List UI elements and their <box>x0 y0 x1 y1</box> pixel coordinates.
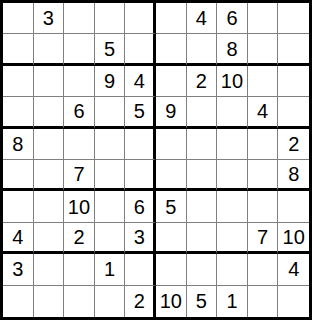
cell-r1c2[interactable]: 3 <box>34 3 65 34</box>
cell-r2c9[interactable] <box>248 34 279 65</box>
cell-r4c8[interactable] <box>217 97 248 128</box>
cell-r7c8[interactable] <box>217 191 248 222</box>
cell-r6c10[interactable]: 8 <box>278 160 309 191</box>
cell-r1c7[interactable]: 4 <box>187 3 218 34</box>
cell-r5c10[interactable]: 2 <box>278 129 309 160</box>
cell-r3c4[interactable]: 9 <box>95 66 126 97</box>
cell-r8c6[interactable] <box>156 223 187 254</box>
cell-r4c1[interactable] <box>3 97 34 128</box>
cell-r3c8[interactable]: 10 <box>217 66 248 97</box>
cell-r10c8[interactable]: 1 <box>217 286 248 317</box>
cell-r10c7[interactable]: 5 <box>187 286 218 317</box>
cell-r7c1[interactable] <box>3 191 34 222</box>
cell-r3c3[interactable] <box>64 66 95 97</box>
cell-r1c9[interactable] <box>248 3 279 34</box>
cell-r5c3[interactable] <box>64 129 95 160</box>
cell-r3c9[interactable] <box>248 66 279 97</box>
cell-r1c10[interactable] <box>278 3 309 34</box>
cell-r2c2[interactable] <box>34 34 65 65</box>
cell-r2c6[interactable] <box>156 34 187 65</box>
cell-r6c3[interactable]: 7 <box>64 160 95 191</box>
cell-r6c9[interactable] <box>248 160 279 191</box>
cell-r4c7[interactable] <box>187 97 218 128</box>
cell-r1c3[interactable] <box>64 3 95 34</box>
cell-r10c6[interactable]: 10 <box>156 286 187 317</box>
cell-r9c6[interactable] <box>156 254 187 285</box>
cell-r3c1[interactable] <box>3 66 34 97</box>
cell-r5c4[interactable] <box>95 129 126 160</box>
cell-r1c1[interactable] <box>3 3 34 34</box>
cell-r9c3[interactable] <box>64 254 95 285</box>
cell-r5c2[interactable] <box>34 129 65 160</box>
cell-r7c4[interactable] <box>95 191 126 222</box>
cell-r4c2[interactable] <box>34 97 65 128</box>
cell-r4c6[interactable]: 9 <box>156 97 187 128</box>
cell-r1c8[interactable]: 6 <box>217 3 248 34</box>
cell-r6c5[interactable] <box>125 160 156 191</box>
cell-r7c2[interactable] <box>34 191 65 222</box>
cell-r4c5[interactable]: 5 <box>125 97 156 128</box>
cell-r8c8[interactable] <box>217 223 248 254</box>
cell-r9c9[interactable] <box>248 254 279 285</box>
cell-r8c5[interactable]: 3 <box>125 223 156 254</box>
cell-r7c5[interactable]: 6 <box>125 191 156 222</box>
cell-r5c9[interactable] <box>248 129 279 160</box>
cell-r4c4[interactable] <box>95 97 126 128</box>
cell-r9c2[interactable] <box>34 254 65 285</box>
cell-r7c6[interactable]: 5 <box>156 191 187 222</box>
cell-r5c6[interactable] <box>156 129 187 160</box>
cell-r9c1[interactable]: 3 <box>3 254 34 285</box>
cell-r8c3[interactable]: 2 <box>64 223 95 254</box>
cell-r3c2[interactable] <box>34 66 65 97</box>
cell-r10c10[interactable] <box>278 286 309 317</box>
cell-r6c6[interactable] <box>156 160 187 191</box>
cell-r8c1[interactable]: 4 <box>3 223 34 254</box>
cell-r2c4[interactable]: 5 <box>95 34 126 65</box>
cell-r10c1[interactable] <box>3 286 34 317</box>
cell-r9c5[interactable] <box>125 254 156 285</box>
cell-r4c9[interactable]: 4 <box>248 97 279 128</box>
cell-r2c7[interactable] <box>187 34 218 65</box>
cell-r2c1[interactable] <box>3 34 34 65</box>
cell-r9c7[interactable] <box>187 254 218 285</box>
cell-r2c3[interactable] <box>64 34 95 65</box>
cell-r9c8[interactable] <box>217 254 248 285</box>
cell-r1c4[interactable] <box>95 3 126 34</box>
cell-r3c6[interactable] <box>156 66 187 97</box>
cell-r10c4[interactable] <box>95 286 126 317</box>
cell-r10c3[interactable] <box>64 286 95 317</box>
cell-r9c10[interactable]: 4 <box>278 254 309 285</box>
cell-r10c9[interactable] <box>248 286 279 317</box>
cell-r10c2[interactable] <box>34 286 65 317</box>
cell-r7c9[interactable] <box>248 191 279 222</box>
cell-r5c7[interactable] <box>187 129 218 160</box>
cell-r4c10[interactable] <box>278 97 309 128</box>
cell-r1c5[interactable] <box>125 3 156 34</box>
cell-r8c10[interactable]: 10 <box>278 223 309 254</box>
cell-r6c4[interactable] <box>95 160 126 191</box>
cell-r2c10[interactable] <box>278 34 309 65</box>
cell-r6c8[interactable] <box>217 160 248 191</box>
cell-r6c1[interactable] <box>3 160 34 191</box>
cell-r2c8[interactable]: 8 <box>217 34 248 65</box>
cell-r8c2[interactable] <box>34 223 65 254</box>
cell-r3c10[interactable] <box>278 66 309 97</box>
cell-r8c7[interactable] <box>187 223 218 254</box>
cell-r3c7[interactable]: 2 <box>187 66 218 97</box>
cell-r4c3[interactable]: 6 <box>64 97 95 128</box>
cell-r10c5[interactable]: 2 <box>125 286 156 317</box>
cell-r2c5[interactable] <box>125 34 156 65</box>
cell-r5c8[interactable] <box>217 129 248 160</box>
cell-r7c10[interactable] <box>278 191 309 222</box>
cell-r1c6[interactable] <box>156 3 187 34</box>
cell-r6c2[interactable] <box>34 160 65 191</box>
cell-r8c4[interactable] <box>95 223 126 254</box>
cell-r3c5[interactable]: 4 <box>125 66 156 97</box>
cell-r8c9[interactable]: 7 <box>248 223 279 254</box>
cell-r9c4[interactable]: 1 <box>95 254 126 285</box>
sudoku-board: 346589421065948278106542371031421051 <box>0 0 312 320</box>
cell-r7c3[interactable]: 10 <box>64 191 95 222</box>
cell-r5c5[interactable] <box>125 129 156 160</box>
cell-r7c7[interactable] <box>187 191 218 222</box>
cell-r6c7[interactable] <box>187 160 218 191</box>
cell-r5c1[interactable]: 8 <box>3 129 34 160</box>
